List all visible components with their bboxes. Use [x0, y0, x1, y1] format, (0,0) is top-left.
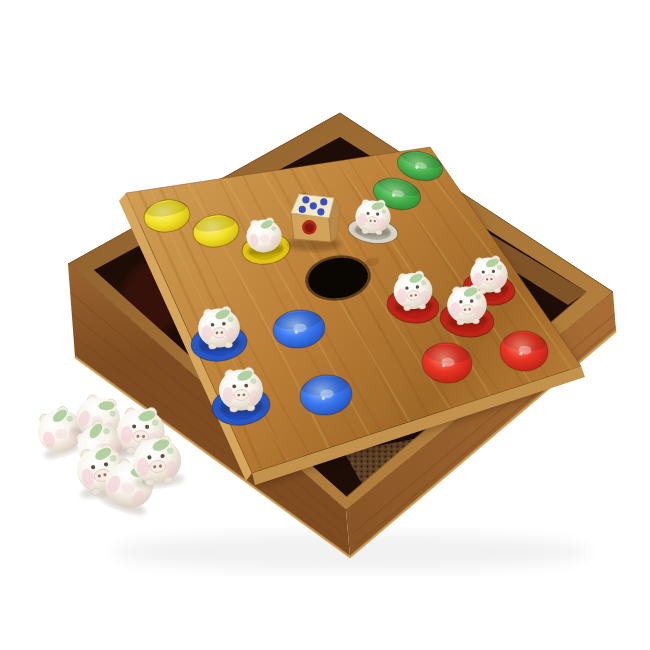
pig-foot: [225, 342, 233, 348]
pig-foot: [247, 405, 255, 412]
pig-foot: [472, 318, 480, 324]
pig-foot: [230, 406, 238, 413]
game-scene: [0, 0, 650, 650]
pig-foot: [208, 343, 216, 349]
product-photo-pig-hole-game: [0, 0, 650, 650]
pig-foot: [418, 303, 426, 309]
pig-foot: [164, 477, 173, 484]
die-top-pip: [302, 196, 309, 203]
die: [287, 194, 341, 251]
pig-foot: [375, 230, 382, 235]
pig-foot: [145, 478, 154, 485]
pig-foot: [127, 447, 136, 454]
die-top-pip: [320, 198, 327, 205]
die-top-pip: [317, 208, 324, 215]
die-top-pip: [310, 202, 317, 209]
die-front-pip-depth: [305, 223, 314, 232]
die-top-pip: [299, 206, 306, 213]
pig-foot: [362, 229, 369, 234]
pig-foot: [403, 305, 411, 311]
pig-foot: [494, 287, 501, 293]
pig-foot: [457, 319, 465, 325]
